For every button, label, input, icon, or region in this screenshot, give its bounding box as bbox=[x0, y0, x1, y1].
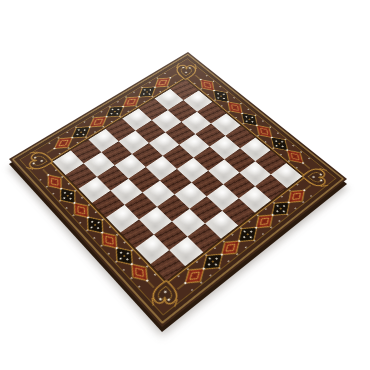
chess-board bbox=[9, 52, 347, 327]
product-photo bbox=[0, 0, 370, 370]
